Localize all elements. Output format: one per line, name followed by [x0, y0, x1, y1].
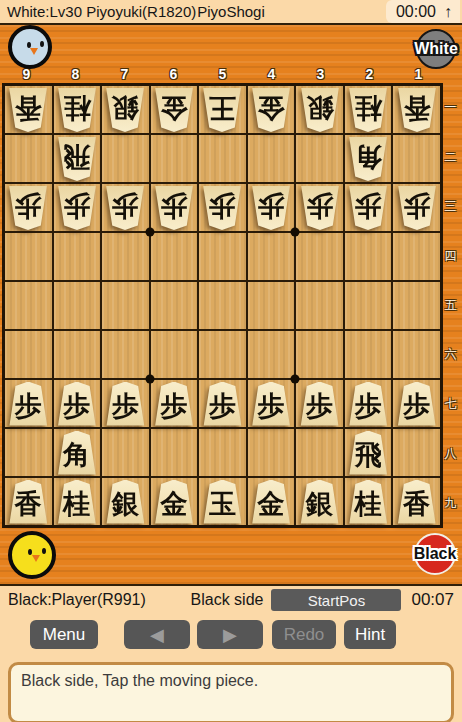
rank-label: 六 — [443, 330, 458, 379]
hoshi-star-point — [290, 374, 299, 383]
piece-tile: 歩 — [251, 186, 291, 230]
status-row: Black:Player(R991) Black side StartPos 0… — [0, 586, 462, 614]
board-cell-9五[interactable] — [5, 282, 52, 329]
rank-label: 三 — [443, 182, 458, 231]
file-label: 3 — [296, 67, 345, 83]
piece-tile: 香 — [8, 88, 48, 132]
board-cell-8九[interactable]: 桂 — [54, 478, 101, 525]
board-cell-4五[interactable] — [248, 282, 295, 329]
black-side-strip: Black — [0, 528, 462, 584]
piece-kanji: 香 — [403, 484, 430, 524]
hoshi-star-point — [145, 374, 154, 383]
board-cell-8六[interactable] — [54, 331, 101, 378]
shogi-piece-歩-white[interactable]: 歩 — [300, 186, 340, 230]
piyoshogi-app: White:Lv30 Piyoyuki(R1820) PiyoShogi 00:… — [0, 0, 462, 722]
piece-tile: 銀 — [105, 480, 145, 524]
controls-bar: Menu ◀ ▶ Redo Hint — [0, 614, 462, 658]
piece-kanji: 歩 — [63, 386, 90, 426]
board-cell-6九[interactable]: 金 — [151, 478, 198, 525]
piece-kanji: 桂 — [63, 484, 90, 524]
shogi-piece-飛-white[interactable]: 飛 — [57, 137, 97, 181]
board-cell-3一[interactable]: 銀 — [296, 86, 343, 133]
piece-tile: 歩 — [154, 382, 194, 426]
board-cell-2四[interactable] — [345, 233, 392, 280]
rank-label: 九 — [443, 479, 458, 528]
board-cell-9九[interactable]: 香 — [5, 478, 52, 525]
rank-label: 八 — [443, 429, 458, 478]
piece-tile: 王 — [202, 88, 242, 132]
board-panel: White 987654321 香桂銀金王金銀桂香飛角歩歩歩歩歩歩歩歩歩歩歩歩歩… — [0, 23, 462, 586]
shogi-piece-歩-black[interactable]: 歩 — [397, 382, 437, 426]
rank-label: 二 — [443, 132, 458, 181]
piece-tile: 飛 — [57, 137, 97, 181]
piece-kanji: 歩 — [112, 186, 139, 226]
piece-kanji: 歩 — [209, 386, 236, 426]
piece-kanji: 金 — [258, 484, 285, 524]
board-cell-1九[interactable]: 香 — [393, 478, 440, 525]
startpos-button[interactable]: StartPos — [271, 589, 401, 611]
board-cell-2八[interactable]: 飛 — [345, 429, 392, 476]
piece-kanji: 香 — [15, 88, 42, 128]
shogi-piece-歩-white[interactable]: 歩 — [8, 186, 48, 230]
shogi-piece-歩-white[interactable]: 歩 — [154, 186, 194, 230]
board-cell-2三[interactable]: 歩 — [345, 184, 392, 231]
piece-tile: 歩 — [202, 186, 242, 230]
board-cell-9六[interactable] — [5, 331, 52, 378]
shogi-piece-歩-black[interactable]: 歩 — [300, 382, 340, 426]
piece-kanji: 銀 — [112, 88, 139, 128]
board-cell-6三[interactable]: 歩 — [151, 184, 198, 231]
board-cell-8五[interactable] — [54, 282, 101, 329]
black-avatar-chick-icon — [8, 531, 56, 579]
shogi-piece-角-black[interactable]: 角 — [57, 431, 97, 475]
board-cell-8三[interactable]: 歩 — [54, 184, 101, 231]
side-to-move-label: Black side — [191, 591, 264, 609]
shogi-piece-桂-black[interactable]: 桂 — [348, 480, 388, 524]
board-cell-6二[interactable] — [151, 135, 198, 182]
board-cell-7八[interactable] — [102, 429, 149, 476]
piece-kanji: 歩 — [258, 386, 285, 426]
board-cell-5五[interactable] — [199, 282, 246, 329]
board-cell-5四[interactable] — [199, 233, 246, 280]
piece-tile: 歩 — [105, 186, 145, 230]
piece-tile: 桂 — [57, 88, 97, 132]
board-cell-5二[interactable] — [199, 135, 246, 182]
board-cell-7九[interactable]: 銀 — [102, 478, 149, 525]
shogi-piece-歩-black[interactable]: 歩 — [251, 382, 291, 426]
board-cell-9七[interactable]: 歩 — [5, 380, 52, 427]
board-cell-6五[interactable] — [151, 282, 198, 329]
piece-kanji: 香 — [15, 484, 42, 524]
piece-tile: 桂 — [57, 480, 97, 524]
message-box: Black side, Tap the moving piece. — [8, 662, 454, 722]
board-cell-7七[interactable]: 歩 — [102, 380, 149, 427]
chick-eye-icon — [42, 548, 46, 554]
piece-tile: 銀 — [300, 480, 340, 524]
piece-tile: 歩 — [154, 186, 194, 230]
file-label: 1 — [394, 67, 443, 83]
board-cell-8四[interactable] — [54, 233, 101, 280]
board-cell-2六[interactable] — [345, 331, 392, 378]
board-cell-1三[interactable]: 歩 — [393, 184, 440, 231]
shogi-piece-香-black[interactable]: 香 — [8, 480, 48, 524]
piece-tile: 歩 — [8, 382, 48, 426]
board-cell-3三[interactable]: 歩 — [296, 184, 343, 231]
piece-tile: 歩 — [300, 186, 340, 230]
shogi-piece-桂-white[interactable]: 桂 — [57, 88, 97, 132]
shogi-piece-桂-black[interactable]: 桂 — [57, 480, 97, 524]
board-cell-2九[interactable]: 桂 — [345, 478, 392, 525]
board-cell-5七[interactable]: 歩 — [199, 380, 246, 427]
piece-kanji: 桂 — [355, 88, 382, 128]
white-side-badge: White — [416, 29, 456, 69]
board-cell-1二[interactable] — [393, 135, 440, 182]
board-cell-4六[interactable] — [248, 331, 295, 378]
board-cell-2一[interactable]: 桂 — [345, 86, 392, 133]
collapse-arrow-icon[interactable]: ↑ — [444, 3, 452, 21]
white-clock-box: 00:00 ↑ — [386, 0, 460, 23]
board-cell-1六[interactable] — [393, 331, 440, 378]
piece-kanji: 歩 — [355, 386, 382, 426]
board-cell-4八[interactable] — [248, 429, 295, 476]
shogi-piece-角-white[interactable]: 角 — [348, 137, 388, 181]
shogi-piece-銀-white[interactable]: 銀 — [105, 88, 145, 132]
board-cell-4九[interactable]: 金 — [248, 478, 295, 525]
rank-label: 五 — [443, 281, 458, 330]
piece-kanji: 桂 — [355, 484, 382, 524]
piece-tile: 歩 — [348, 186, 388, 230]
shogi-piece-銀-black[interactable]: 銀 — [105, 480, 145, 524]
piece-kanji: 王 — [209, 88, 236, 128]
white-clock: 00:00 — [396, 3, 436, 21]
piece-tile: 金 — [154, 480, 194, 524]
file-label: 4 — [247, 67, 296, 83]
piece-tile: 桂 — [348, 480, 388, 524]
shogi-piece-歩-white[interactable]: 歩 — [348, 186, 388, 230]
board-cell-3九[interactable]: 銀 — [296, 478, 343, 525]
shogi-piece-歩-white[interactable]: 歩 — [251, 186, 291, 230]
file-label: 9 — [2, 67, 51, 83]
board-cell-6八[interactable] — [151, 429, 198, 476]
shogi-piece-歩-black[interactable]: 歩 — [8, 382, 48, 426]
piece-tile: 歩 — [348, 382, 388, 426]
board-cell-4三[interactable]: 歩 — [248, 184, 295, 231]
piece-kanji: 歩 — [63, 186, 90, 226]
board-cell-4四[interactable] — [248, 233, 295, 280]
board-cell-5三[interactable]: 歩 — [199, 184, 246, 231]
piece-tile: 角 — [348, 137, 388, 181]
rank-label: 四 — [443, 231, 458, 280]
board-cell-4一[interactable]: 金 — [248, 86, 295, 133]
piece-kanji: 角 — [63, 435, 90, 475]
black-player-label: Black:Player(R991) — [8, 591, 191, 609]
chick-beak-icon — [32, 555, 40, 562]
board-cell-7五[interactable] — [102, 282, 149, 329]
shogi-piece-金-black[interactable]: 金 — [154, 480, 194, 524]
file-label: 6 — [149, 67, 198, 83]
white-side-strip: White — [0, 25, 462, 67]
board-cell-7六[interactable] — [102, 331, 149, 378]
prev-move-button[interactable]: ◀ — [124, 620, 190, 649]
piece-tile: 歩 — [57, 382, 97, 426]
board-cell-3五[interactable] — [296, 282, 343, 329]
shogi-piece-桂-white[interactable]: 桂 — [348, 88, 388, 132]
piece-kanji: 歩 — [209, 186, 236, 226]
board-cell-6一[interactable]: 金 — [151, 86, 198, 133]
board-cell-8八[interactable]: 角 — [54, 429, 101, 476]
piece-tile: 香 — [8, 480, 48, 524]
board-cell-1七[interactable]: 歩 — [393, 380, 440, 427]
board-cell-2二[interactable]: 角 — [345, 135, 392, 182]
piece-tile: 歩 — [300, 382, 340, 426]
piece-tile: 桂 — [348, 88, 388, 132]
top-info-bar: White:Lv30 Piyoyuki(R1820) PiyoShogi 00:… — [0, 0, 462, 23]
board-cell-9二[interactable] — [5, 135, 52, 182]
piece-tile: 香 — [397, 480, 437, 524]
piece-kanji: 歩 — [112, 386, 139, 426]
piece-tile: 角 — [57, 431, 97, 475]
piece-kanji: 香 — [403, 88, 430, 128]
piece-kanji: 金 — [258, 88, 285, 128]
black-side-badge: Black — [414, 533, 456, 575]
file-label: 7 — [100, 67, 149, 83]
piece-kanji: 歩 — [403, 386, 430, 426]
piece-kanji: 歩 — [160, 386, 187, 426]
piece-kanji: 金 — [160, 484, 187, 524]
file-labels: 987654321 — [2, 67, 443, 83]
board-cell-6六[interactable] — [151, 331, 198, 378]
shogi-piece-歩-black[interactable]: 歩 — [202, 382, 242, 426]
board-cell-1八[interactable] — [393, 429, 440, 476]
board-cell-9八[interactable] — [5, 429, 52, 476]
piece-kanji: 歩 — [15, 186, 42, 226]
board-cell-7二[interactable] — [102, 135, 149, 182]
piece-kanji: 玉 — [209, 484, 236, 524]
shogi-piece-金-white[interactable]: 金 — [154, 88, 194, 132]
shogi-board[interactable]: 香桂銀金王金銀桂香飛角歩歩歩歩歩歩歩歩歩歩歩歩歩歩歩歩歩歩角飛香桂銀金玉金銀桂香 — [2, 83, 443, 528]
next-move-button[interactable]: ▶ — [197, 620, 263, 649]
bird-beak-icon — [30, 48, 38, 55]
piece-kanji: 歩 — [355, 186, 382, 226]
board-cell-1五[interactable] — [393, 282, 440, 329]
black-clock: 00:07 — [411, 590, 454, 610]
piece-kanji: 歩 — [403, 186, 430, 226]
piece-tile: 歩 — [397, 186, 437, 230]
shogi-piece-金-white[interactable]: 金 — [251, 88, 291, 132]
piece-tile: 金 — [154, 88, 194, 132]
board-row: 香桂銀金王金銀桂香飛角歩歩歩歩歩歩歩歩歩歩歩歩歩歩歩歩歩歩角飛香桂銀金玉金銀桂香… — [2, 83, 462, 528]
board-cell-5九[interactable]: 玉 — [199, 478, 246, 525]
piece-tile: 飛 — [348, 431, 388, 475]
board-cell-5一[interactable]: 王 — [199, 86, 246, 133]
board-cell-1四[interactable] — [393, 233, 440, 280]
board-cell-5六[interactable] — [199, 331, 246, 378]
board-cell-6七[interactable]: 歩 — [151, 380, 198, 427]
piece-tile: 香 — [397, 88, 437, 132]
bird-eye-icon — [40, 41, 44, 47]
piece-tile: 金 — [251, 88, 291, 132]
piece-tile: 歩 — [202, 382, 242, 426]
menu-button[interactable]: Menu — [30, 620, 98, 649]
board-cell-9三[interactable]: 歩 — [5, 184, 52, 231]
board-cell-5八[interactable] — [199, 429, 246, 476]
piece-tile: 歩 — [251, 382, 291, 426]
board-cell-7四[interactable] — [102, 233, 149, 280]
board-cell-3八[interactable] — [296, 429, 343, 476]
shogi-piece-歩-white[interactable]: 歩 — [57, 186, 97, 230]
piece-kanji: 歩 — [258, 186, 285, 226]
piece-tile: 玉 — [202, 480, 242, 524]
rank-label: 一 — [443, 83, 458, 132]
board-cell-4二[interactable] — [248, 135, 295, 182]
board-cell-9四[interactable] — [5, 233, 52, 280]
shogi-piece-銀-black[interactable]: 銀 — [300, 480, 340, 524]
hint-button[interactable]: Hint — [344, 620, 396, 649]
piece-kanji: 銀 — [112, 484, 139, 524]
shogi-piece-香-white[interactable]: 香 — [397, 88, 437, 132]
white-badge-label: White — [414, 40, 458, 58]
board-cell-3四[interactable] — [296, 233, 343, 280]
shogi-piece-飛-black[interactable]: 飛 — [348, 431, 388, 475]
piece-kanji: 歩 — [15, 386, 42, 426]
board-cell-2五[interactable] — [345, 282, 392, 329]
piece-kanji: 歩 — [306, 186, 333, 226]
piece-tile: 銀 — [105, 88, 145, 132]
piece-kanji: 銀 — [306, 88, 333, 128]
shogi-piece-歩-black[interactable]: 歩 — [57, 382, 97, 426]
piece-tile: 銀 — [300, 88, 340, 132]
board-cell-3六[interactable] — [296, 331, 343, 378]
piece-kanji: 飛 — [355, 435, 382, 475]
piece-kanji: 飛 — [63, 137, 90, 177]
shogi-piece-玉-black[interactable]: 玉 — [202, 480, 242, 524]
file-label: 8 — [51, 67, 100, 83]
shogi-piece-王-white[interactable]: 王 — [202, 88, 242, 132]
piece-kanji: 銀 — [306, 484, 333, 524]
rank-labels: 一二三四五六七八九 — [443, 83, 458, 528]
left-arrow-icon: ◀ — [150, 626, 164, 644]
board-cell-6四[interactable] — [151, 233, 198, 280]
board-cell-8七[interactable]: 歩 — [54, 380, 101, 427]
piece-tile: 金 — [251, 480, 291, 524]
board-cell-2七[interactable]: 歩 — [345, 380, 392, 427]
shogi-piece-歩-black[interactable]: 歩 — [348, 382, 388, 426]
rank-label: 七 — [443, 380, 458, 429]
piece-kanji: 歩 — [160, 186, 187, 226]
piece-kanji: 桂 — [63, 88, 90, 128]
shogi-piece-歩-white[interactable]: 歩 — [105, 186, 145, 230]
shogi-piece-金-black[interactable]: 金 — [251, 480, 291, 524]
board-cell-9一[interactable]: 香 — [5, 86, 52, 133]
shogi-piece-歩-white[interactable]: 歩 — [202, 186, 242, 230]
message-text: Black side, Tap the moving piece. — [21, 672, 258, 689]
black-badge-label: Black — [414, 545, 457, 563]
shogi-piece-香-white[interactable]: 香 — [8, 88, 48, 132]
piece-kanji: 歩 — [306, 386, 333, 426]
shogi-piece-歩-white[interactable]: 歩 — [397, 186, 437, 230]
hoshi-star-point — [145, 228, 154, 237]
board-cell-3七[interactable]: 歩 — [296, 380, 343, 427]
piece-tile: 歩 — [397, 382, 437, 426]
board-cell-1一[interactable]: 香 — [393, 86, 440, 133]
board-cell-8一[interactable]: 桂 — [54, 86, 101, 133]
hoshi-star-point — [290, 228, 299, 237]
board-cell-3二[interactable] — [296, 135, 343, 182]
board-cell-7三[interactable]: 歩 — [102, 184, 149, 231]
board-cell-4七[interactable]: 歩 — [248, 380, 295, 427]
white-avatar-bird-icon — [8, 25, 52, 69]
shogi-piece-香-black[interactable]: 香 — [397, 480, 437, 524]
shogi-piece-歩-black[interactable]: 歩 — [154, 382, 194, 426]
board-cell-8二[interactable]: 飛 — [54, 135, 101, 182]
file-label: 2 — [345, 67, 394, 83]
piece-tile: 歩 — [57, 186, 97, 230]
piece-tile: 歩 — [8, 186, 48, 230]
piece-kanji: 角 — [355, 137, 382, 177]
right-arrow-icon: ▶ — [223, 626, 237, 644]
redo-button[interactable]: Redo — [272, 620, 336, 649]
file-label: 5 — [198, 67, 247, 83]
piece-tile: 歩 — [105, 382, 145, 426]
piece-kanji: 金 — [160, 88, 187, 128]
shogi-piece-銀-white[interactable]: 銀 — [300, 88, 340, 132]
board-cell-7一[interactable]: 銀 — [102, 86, 149, 133]
shogi-piece-歩-black[interactable]: 歩 — [105, 382, 145, 426]
